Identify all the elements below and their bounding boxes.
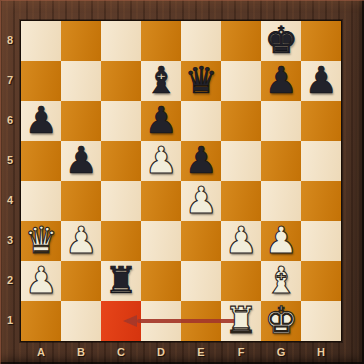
file-label-a: A (21, 342, 61, 363)
square-d6[interactable]: ♟ (141, 101, 181, 141)
square-a2[interactable]: ♟ (21, 261, 61, 301)
square-h5[interactable] (301, 141, 341, 181)
piece-white-pawn[interactable]: ♟ (264, 221, 297, 261)
square-e8[interactable] (181, 21, 221, 61)
piece-black-pawn[interactable]: ♟ (304, 61, 337, 101)
square-d7[interactable]: ♝ (141, 61, 181, 101)
square-c2[interactable]: ♜ (101, 261, 141, 301)
square-c8[interactable] (101, 21, 141, 61)
file-label-d: D (141, 342, 181, 363)
square-h2[interactable] (301, 261, 341, 301)
square-f1[interactable]: ♜ (221, 301, 261, 341)
square-h3[interactable] (301, 221, 341, 261)
piece-white-queen[interactable]: ♛ (24, 221, 57, 261)
piece-black-rook[interactable]: ♜ (104, 261, 137, 301)
rank-label-7: 7 (0, 60, 20, 100)
square-c5[interactable] (101, 141, 141, 181)
file-label-f: F (221, 342, 261, 363)
piece-black-queen[interactable]: ♛ (184, 61, 217, 101)
chess-board: ♚♝♛♟♟♟♟♟♟♟♟♛♟♟♟♟♜♝♜♚ (20, 20, 342, 342)
rank-label-6: 6 (0, 100, 20, 140)
square-f3[interactable]: ♟ (221, 221, 261, 261)
square-c7[interactable] (101, 61, 141, 101)
square-d4[interactable] (141, 181, 181, 221)
square-a6[interactable]: ♟ (21, 101, 61, 141)
square-b7[interactable] (61, 61, 101, 101)
square-g1[interactable]: ♚ (261, 301, 301, 341)
rank-label-5: 5 (0, 140, 20, 180)
square-f7[interactable] (221, 61, 261, 101)
square-c6[interactable] (101, 101, 141, 141)
square-d1[interactable] (141, 301, 181, 341)
piece-white-pawn[interactable]: ♟ (144, 141, 177, 181)
square-g3[interactable]: ♟ (261, 221, 301, 261)
piece-white-pawn[interactable]: ♟ (224, 221, 257, 261)
rank-label-2: 2 (0, 260, 20, 300)
square-c1[interactable] (101, 301, 141, 341)
piece-black-bishop[interactable]: ♝ (144, 61, 177, 101)
file-label-b: B (61, 342, 101, 363)
square-e1[interactable] (181, 301, 221, 341)
square-f8[interactable] (221, 21, 261, 61)
square-a3[interactable]: ♛ (21, 221, 61, 261)
square-g7[interactable]: ♟ (261, 61, 301, 101)
piece-black-pawn[interactable]: ♟ (64, 141, 97, 181)
square-d2[interactable] (141, 261, 181, 301)
square-e6[interactable] (181, 101, 221, 141)
square-h4[interactable] (301, 181, 341, 221)
square-b1[interactable] (61, 301, 101, 341)
rank-label-8: 8 (0, 20, 20, 60)
rank-label-4: 4 (0, 180, 20, 220)
square-e5[interactable]: ♟ (181, 141, 221, 181)
file-label-c: C (101, 342, 141, 363)
square-f5[interactable] (221, 141, 261, 181)
piece-white-pawn[interactable]: ♟ (24, 261, 57, 301)
square-c3[interactable] (101, 221, 141, 261)
square-b5[interactable]: ♟ (61, 141, 101, 181)
square-e4[interactable]: ♟ (181, 181, 221, 221)
square-h7[interactable]: ♟ (301, 61, 341, 101)
rank-label-3: 3 (0, 220, 20, 260)
square-d3[interactable] (141, 221, 181, 261)
square-h8[interactable] (301, 21, 341, 61)
rank-label-1: 1 (0, 300, 20, 340)
square-b8[interactable] (61, 21, 101, 61)
file-label-h: H (301, 342, 341, 363)
file-label-e: E (181, 342, 221, 363)
square-f2[interactable] (221, 261, 261, 301)
square-a8[interactable] (21, 21, 61, 61)
piece-white-rook[interactable]: ♜ (224, 301, 257, 341)
file-label-g: G (261, 342, 301, 363)
piece-black-pawn[interactable]: ♟ (184, 141, 217, 181)
square-a4[interactable] (21, 181, 61, 221)
square-f6[interactable] (221, 101, 261, 141)
square-g6[interactable] (261, 101, 301, 141)
piece-black-pawn[interactable]: ♟ (24, 101, 57, 141)
piece-black-king[interactable]: ♚ (264, 21, 297, 61)
square-g5[interactable] (261, 141, 301, 181)
square-d8[interactable] (141, 21, 181, 61)
square-e7[interactable]: ♛ (181, 61, 221, 101)
square-a5[interactable] (21, 141, 61, 181)
square-a1[interactable] (21, 301, 61, 341)
square-f4[interactable] (221, 181, 261, 221)
square-b4[interactable] (61, 181, 101, 221)
square-a7[interactable] (21, 61, 61, 101)
piece-white-king[interactable]: ♚ (264, 301, 297, 341)
piece-black-pawn[interactable]: ♟ (264, 61, 297, 101)
square-e2[interactable] (181, 261, 221, 301)
square-h6[interactable] (301, 101, 341, 141)
square-c4[interactable] (101, 181, 141, 221)
square-h1[interactable] (301, 301, 341, 341)
square-d5[interactable]: ♟ (141, 141, 181, 181)
piece-white-bishop[interactable]: ♝ (264, 261, 297, 301)
piece-white-pawn[interactable]: ♟ (184, 181, 217, 221)
piece-white-pawn[interactable]: ♟ (64, 221, 97, 261)
square-b3[interactable]: ♟ (61, 221, 101, 261)
board-frame: ♚♝♛♟♟♟♟♟♟♟♟♛♟♟♟♟♜♝♜♚ 87654321ABCDEFGH (0, 0, 364, 364)
square-b2[interactable] (61, 261, 101, 301)
square-b6[interactable] (61, 101, 101, 141)
square-g2[interactable]: ♝ (261, 261, 301, 301)
square-e3[interactable] (181, 221, 221, 261)
piece-black-pawn[interactable]: ♟ (144, 101, 177, 141)
square-g4[interactable] (261, 181, 301, 221)
square-g8[interactable]: ♚ (261, 21, 301, 61)
